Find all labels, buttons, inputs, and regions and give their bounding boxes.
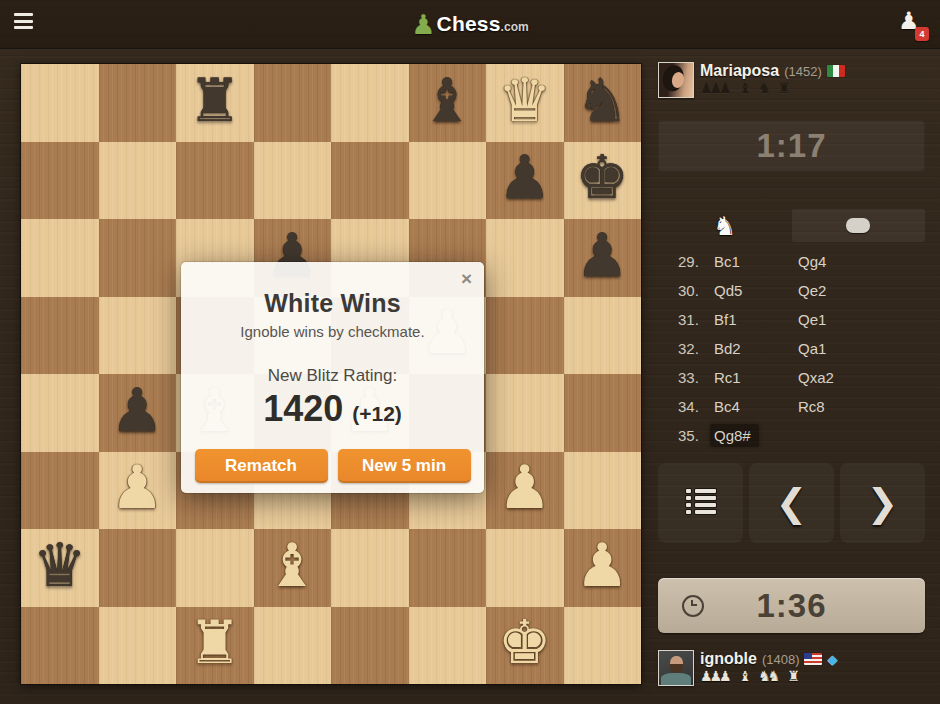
prev-move-button[interactable]: ❮ — [749, 463, 834, 543]
black-move[interactable]: Qxa2 — [798, 369, 925, 386]
white-rook-c1[interactable]: ♜ — [188, 612, 242, 672]
tab-chat[interactable] — [792, 209, 926, 242]
square-c2[interactable] — [176, 529, 254, 607]
square-d1[interactable] — [254, 607, 332, 685]
black-bishop-f8[interactable]: ♝ — [420, 70, 474, 130]
white-move[interactable]: Rc1 — [710, 369, 798, 386]
square-f1[interactable] — [409, 607, 487, 685]
white-pawn-b3[interactable]: ♟ — [110, 457, 164, 517]
white-pawn-h2[interactable]: ♟ — [575, 535, 629, 595]
chess-app-window: ♟ Chess .com ♟ 4 ♜♝♛♞♟♚♟♟♟♟♝♟♟♟♛♝♟♜♚ Mar… — [0, 0, 940, 704]
square-f7[interactable] — [409, 142, 487, 220]
new-game-button[interactable]: New 5 min — [338, 449, 471, 483]
square-a2[interactable]: ♛ — [21, 529, 99, 607]
move-list-button[interactable] — [658, 463, 743, 543]
move-list: 29.Bc1Qg430.Qd5Qe231.Bf1Qe132.Bd2Qa133.R… — [658, 247, 925, 450]
square-a4[interactable] — [21, 374, 99, 452]
square-c7[interactable] — [176, 142, 254, 220]
square-g6[interactable] — [486, 219, 564, 297]
black-move[interactable]: Qe2 — [798, 282, 925, 299]
move-row: 31.Bf1Qe1 — [658, 305, 925, 334]
black-king-h7[interactable]: ♚ — [575, 147, 629, 207]
square-h3[interactable] — [564, 452, 642, 530]
square-g4[interactable] — [486, 374, 564, 452]
captured-piece-group: ♟♟♟ — [700, 81, 732, 95]
square-e8[interactable] — [331, 64, 409, 142]
square-e7[interactable] — [331, 142, 409, 220]
white-queen-g8[interactable]: ♛ — [498, 70, 552, 130]
list-icon — [686, 489, 716, 517]
move-row: 35.Qg8# — [658, 421, 925, 450]
close-icon[interactable]: × — [461, 268, 472, 290]
move-row: 29.Bc1Qg4 — [658, 247, 925, 276]
square-a7[interactable] — [21, 142, 99, 220]
move-number: 33. — [678, 369, 710, 386]
white-move[interactable]: Bc4 — [710, 398, 798, 415]
rating-delta: (+12) — [352, 402, 402, 426]
usa-flag-icon — [804, 653, 822, 665]
dialog-subtitle: Ignoble wins by checkmate. — [181, 323, 484, 340]
player-rating: (1408) — [762, 652, 800, 667]
square-h7[interactable]: ♚ — [564, 142, 642, 220]
white-king-g1[interactable]: ♚ — [498, 612, 552, 672]
square-d2[interactable]: ♝ — [254, 529, 332, 607]
square-b1[interactable] — [99, 607, 177, 685]
black-queen-a2[interactable]: ♛ — [33, 535, 87, 595]
next-move-button[interactable]: ❯ — [840, 463, 925, 543]
square-d8[interactable] — [254, 64, 332, 142]
chevron-right-icon: ❯ — [867, 481, 899, 525]
square-e2[interactable] — [331, 529, 409, 607]
clock-bottom-time: 1:36 — [756, 587, 826, 624]
square-a6[interactable] — [21, 219, 99, 297]
black-move[interactable]: Qg4 — [798, 253, 925, 270]
logo-pawn-icon: ♟ — [411, 11, 435, 38]
square-g3[interactable]: ♟ — [486, 452, 564, 530]
move-row: 32.Bd2Qa1 — [658, 334, 925, 363]
black-pawn-h6[interactable]: ♟ — [575, 225, 629, 285]
square-h6[interactable]: ♟ — [564, 219, 642, 297]
white-move[interactable]: Qd5 — [710, 282, 798, 299]
square-f8[interactable]: ♝ — [409, 64, 487, 142]
move-row: 34.Bc4Rc8 — [658, 392, 925, 421]
square-b8[interactable] — [99, 64, 177, 142]
player-rating: (1452) — [784, 64, 822, 79]
square-g2[interactable] — [486, 529, 564, 607]
avatar-art — [661, 673, 691, 685]
square-a5[interactable] — [21, 297, 99, 375]
move-nav: ❮ ❯ — [658, 463, 928, 543]
top-bar: ♟ Chess .com ♟ 4 — [0, 0, 940, 48]
captured-piece-group: ♜ — [778, 81, 791, 95]
captured-pieces-bottom: ♟♟♟♝♞♞♜ — [700, 669, 800, 683]
clock-icon — [682, 595, 704, 617]
square-b7[interactable] — [99, 142, 177, 220]
square-d7[interactable] — [254, 142, 332, 220]
black-pawn-b4[interactable]: ♟ — [110, 380, 164, 440]
chevron-left-icon: ❮ — [776, 481, 808, 525]
notification-badge: 4 — [915, 27, 929, 41]
white-bishop-d2[interactable]: ♝ — [265, 535, 319, 595]
diamond-icon: ◆ — [827, 652, 837, 667]
square-h4[interactable] — [564, 374, 642, 452]
clock-bottom: 1:36 — [658, 578, 925, 633]
square-a8[interactable] — [21, 64, 99, 142]
move-number: 31. — [678, 311, 710, 328]
white-move[interactable]: Bc1 — [710, 253, 798, 270]
avatar[interactable] — [658, 62, 694, 98]
square-g8[interactable]: ♛ — [486, 64, 564, 142]
square-e1[interactable] — [331, 607, 409, 685]
white-move[interactable]: Qg8# — [710, 427, 798, 444]
move-number: 32. — [678, 340, 710, 357]
move-number: 35. — [678, 427, 710, 444]
captured-piece-group: ♝ — [739, 669, 752, 683]
square-b3[interactable]: ♟ — [99, 452, 177, 530]
player-top: Mariaposa (1452) ♟♟♟♝♞♜ — [658, 60, 928, 100]
move-number: 29. — [678, 253, 710, 270]
black-pawn-g7[interactable]: ♟ — [498, 147, 552, 207]
mexico-flag-icon — [827, 65, 845, 77]
challenges-icon[interactable]: ♟ 4 — [898, 9, 924, 39]
chat-bubble-icon — [846, 218, 870, 233]
square-g1[interactable]: ♚ — [486, 607, 564, 685]
square-b6[interactable] — [99, 219, 177, 297]
clock-top: 1:17 — [658, 120, 925, 172]
player-bottom: ignoble (1408) ◆ ♟♟♟♝♞♞♜ — [658, 648, 928, 688]
captured-piece-group: ♞ — [758, 81, 771, 95]
new-rating-value: 1420 — [263, 388, 343, 430]
tab-moves[interactable]: ♞ — [658, 209, 792, 242]
captured-piece-group: ♝ — [739, 81, 752, 95]
square-h5[interactable] — [564, 297, 642, 375]
square-h2[interactable]: ♟ — [564, 529, 642, 607]
dialog-title: White Wins — [181, 289, 484, 318]
white-pawn-g3[interactable]: ♟ — [498, 457, 552, 517]
square-c1[interactable]: ♜ — [176, 607, 254, 685]
player-name[interactable]: Mariaposa — [700, 62, 779, 80]
rating-label: New Blitz Rating: — [181, 366, 484, 386]
black-knight-h8[interactable]: ♞ — [575, 70, 629, 130]
knight-icon: ♞ — [713, 213, 736, 239]
white-move[interactable]: Bf1 — [710, 311, 798, 328]
move-row: 30.Qd5Qe2 — [658, 276, 925, 305]
square-g7[interactable]: ♟ — [486, 142, 564, 220]
square-b2[interactable] — [99, 529, 177, 607]
chesscom-logo[interactable]: ♟ Chess .com — [411, 0, 528, 48]
captured-piece-group: ♞♞ — [758, 669, 780, 683]
black-move[interactable]: Qa1 — [798, 340, 925, 357]
square-a1[interactable] — [21, 607, 99, 685]
captured-piece-group: ♟♟♟ — [700, 669, 732, 683]
logo-word: Chess — [437, 12, 501, 36]
black-move[interactable]: Qe1 — [798, 311, 925, 328]
move-number: 30. — [678, 282, 710, 299]
avatar-art — [670, 664, 683, 673]
game-over-dialog: × White Wins Ignoble wins by checkmate. … — [181, 262, 484, 493]
captured-pieces-top: ♟♟♟♝♞♜ — [700, 81, 790, 95]
square-g5[interactable] — [486, 297, 564, 375]
avatar[interactable] — [658, 650, 694, 686]
white-move[interactable]: Bd2 — [710, 340, 798, 357]
square-h1[interactable] — [564, 607, 642, 685]
logo-tld: .com — [501, 20, 529, 34]
menu-icon[interactable] — [14, 13, 34, 35]
black-rook-c8[interactable]: ♜ — [188, 70, 242, 130]
square-b4[interactable]: ♟ — [99, 374, 177, 452]
square-b5[interactable] — [99, 297, 177, 375]
rematch-button[interactable]: Rematch — [195, 449, 328, 483]
square-f2[interactable] — [409, 529, 487, 607]
player-name[interactable]: ignoble — [700, 650, 757, 668]
move-number: 34. — [678, 398, 710, 415]
captured-piece-group: ♜ — [787, 669, 800, 683]
sidebar-tabs: ♞ — [658, 209, 925, 242]
square-c8[interactable]: ♜ — [176, 64, 254, 142]
black-move[interactable]: Rc8 — [798, 398, 925, 415]
square-h8[interactable]: ♞ — [564, 64, 642, 142]
square-a3[interactable] — [21, 452, 99, 530]
move-row: 33.Rc1Qxa2 — [658, 363, 925, 392]
